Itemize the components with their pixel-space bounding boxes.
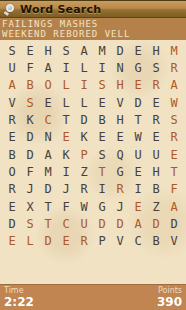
grid-cell[interactable]: A [75, 42, 93, 59]
grid-cell[interactable]: U [75, 215, 93, 232]
grid-cell[interactable]: I [57, 59, 75, 76]
grid-cell[interactable]: S [147, 59, 165, 76]
word-list: FAILINGS MASHES WEEKEND REBORED VELL [0, 18, 186, 40]
grid-cell[interactable]: V [165, 233, 183, 250]
grid-cell[interactable]: E [3, 198, 21, 215]
grid-cell[interactable]: F [21, 59, 39, 76]
grid-cell[interactable]: Z [147, 198, 165, 215]
grid-cell[interactable]: I [75, 77, 93, 94]
grid-cell[interactable]: A [39, 59, 57, 76]
grid-cell[interactable]: D [21, 146, 39, 163]
grid-cell[interactable]: B [93, 111, 111, 128]
board-background: SEHSAMDEHMUFAILINGSRABOLISHERAVSELLEVDEW… [0, 40, 186, 284]
grid-cell[interactable]: E [3, 233, 21, 250]
grid-cell[interactable]: H [111, 111, 129, 128]
grid-cell[interactable]: E [3, 129, 21, 146]
word-list-line-2: WEEKEND REBORED VELL [2, 29, 186, 39]
grid-cell[interactable]: H [39, 42, 57, 59]
points-block: Points 390 [157, 286, 182, 309]
grid-cell[interactable]: M [39, 163, 57, 180]
grid-cell[interactable]: L [57, 77, 75, 94]
grid-cell[interactable]: S [57, 42, 75, 59]
grid-cell[interactable]: K [75, 129, 93, 146]
grid-cell[interactable]: D [165, 215, 183, 232]
grid-cell[interactable]: D [75, 111, 93, 128]
grid-cell[interactable]: N [39, 129, 57, 146]
grid-cell[interactable]: D [21, 129, 39, 146]
grid-cell[interactable]: V [3, 94, 21, 111]
grid-cell[interactable]: E [129, 198, 147, 215]
grid-cell[interactable]: H [147, 42, 165, 59]
grid-cell[interactable]: S [165, 111, 183, 128]
grid-cell[interactable]: A [39, 146, 57, 163]
grid-cell[interactable]: G [129, 59, 147, 76]
grid-cell[interactable]: Q [111, 146, 129, 163]
grid-cell[interactable]: B [147, 181, 165, 198]
grid-cell[interactable]: E [39, 94, 57, 111]
grid-cell[interactable]: A [3, 77, 21, 94]
grid-cell[interactable]: L [57, 94, 75, 111]
time-label: Time [4, 286, 34, 295]
grid-cell[interactable]: I [93, 59, 111, 76]
grid-cell[interactable]: B [21, 77, 39, 94]
grid-cell[interactable]: O [3, 163, 21, 180]
grid-cell[interactable]: I [129, 181, 147, 198]
grid-cell[interactable]: T [93, 163, 111, 180]
grid-cell[interactable]: P [75, 146, 93, 163]
grid-cell[interactable]: R [3, 181, 21, 198]
grid-cell[interactable]: L [75, 94, 93, 111]
grid-cell[interactable]: C [39, 111, 57, 128]
word-list-line-1: FAILINGS MASHES [2, 19, 186, 29]
grid-cell[interactable]: S [3, 42, 21, 59]
grid-cell[interactable]: R [75, 181, 93, 198]
grid-cell[interactable]: K [21, 111, 39, 128]
grid-cell[interactable]: D [39, 233, 57, 250]
grid-cell[interactable]: E [147, 94, 165, 111]
grid-cell[interactable]: F [21, 163, 39, 180]
time-value: 2:22 [4, 296, 34, 309]
grid-cell[interactable]: E [57, 129, 75, 146]
grid-cell[interactable]: J [57, 181, 75, 198]
grid-cell[interactable]: F [57, 198, 75, 215]
grid-cell[interactable]: T [39, 198, 57, 215]
grid-cell[interactable]: D [3, 215, 21, 232]
app-title: Word Search [20, 3, 101, 16]
grid-cell[interactable]: K [57, 146, 75, 163]
grid-cell[interactable]: U [129, 146, 147, 163]
grid-cell[interactable]: S [93, 146, 111, 163]
grid-cell[interactable]: I [93, 181, 111, 198]
grid-cell[interactable]: T [165, 163, 183, 180]
grid-cell[interactable]: U [3, 59, 21, 76]
grid-cell[interactable]: R [75, 233, 93, 250]
grid-cell[interactable]: H [147, 163, 165, 180]
grid-cell[interactable]: F [165, 181, 183, 198]
grid-cell[interactable]: S [21, 215, 39, 232]
grid-cell[interactable]: E [57, 233, 75, 250]
grid-cell[interactable]: B [3, 146, 21, 163]
grid-cell[interactable]: U [147, 146, 165, 163]
grid-cell[interactable]: D [39, 181, 57, 198]
grid-cell[interactable]: D [129, 94, 147, 111]
grid-cell[interactable]: C [57, 215, 75, 232]
grid-cell[interactable]: W [129, 129, 147, 146]
grid-cell[interactable]: S [93, 77, 111, 94]
grid-cell[interactable]: J [111, 198, 129, 215]
grid-cell[interactable]: T [129, 111, 147, 128]
grid-cell[interactable]: D [111, 215, 129, 232]
grid-cell[interactable]: I [57, 163, 75, 180]
grid-cell[interactable]: X [21, 198, 39, 215]
letter-grid[interactable]: SEHSAMDEHMUFAILINGSRABOLISHERAVSELLEVDEW… [0, 40, 186, 252]
grid-cell[interactable]: E [165, 146, 183, 163]
magnifier-icon [3, 3, 16, 16]
grid-cell[interactable]: E [147, 129, 165, 146]
grid-cell[interactable]: C [129, 233, 147, 250]
grid-cell[interactable]: E [93, 94, 111, 111]
points-label: Points [158, 286, 182, 295]
grid-cell[interactable]: T [57, 111, 75, 128]
grid-cell[interactable]: S [21, 94, 39, 111]
grid-cell[interactable]: G [93, 198, 111, 215]
time-block: Time 2:22 [4, 286, 34, 309]
grid-cell[interactable]: E [21, 42, 39, 59]
grid-cell[interactable]: V [111, 233, 129, 250]
grid-cell[interactable]: R [165, 59, 183, 76]
grid-cell[interactable]: D [147, 215, 165, 232]
grid-cell[interactable]: P [93, 233, 111, 250]
title-bar: Word Search [0, 0, 186, 18]
grid-cell[interactable]: O [39, 77, 57, 94]
status-bar: Time 2:22 Points 390 [0, 284, 186, 310]
points-value: 390 [157, 296, 182, 309]
grid-cell[interactable]: V [111, 94, 129, 111]
grid-cell[interactable]: J [21, 181, 39, 198]
grid-cell[interactable]: T [39, 215, 57, 232]
grid-cell[interactable]: N [111, 59, 129, 76]
grid-cell[interactable]: W [75, 198, 93, 215]
grid-cell[interactable]: E [129, 163, 147, 180]
grid-cell[interactable]: R [111, 181, 129, 198]
grid-cell[interactable]: R [147, 77, 165, 94]
grid-cell[interactable]: B [147, 233, 165, 250]
grid-cell[interactable]: R [3, 111, 21, 128]
grid-cell[interactable]: M [165, 42, 183, 59]
grid-cell[interactable]: E [129, 77, 147, 94]
grid-cell[interactable]: D [111, 42, 129, 59]
grid-cell[interactable]: Z [75, 163, 93, 180]
grid-cell[interactable]: E [111, 129, 129, 146]
grid-cell[interactable]: G [111, 163, 129, 180]
grid-cell[interactable]: A [165, 198, 183, 215]
grid-cell[interactable]: A [129, 215, 147, 232]
grid-cell[interactable]: E [129, 42, 147, 59]
grid-cell[interactable]: L [21, 233, 39, 250]
grid-cell[interactable]: E [93, 129, 111, 146]
grid-cell[interactable]: M [93, 42, 111, 59]
grid-cell[interactable]: D [93, 215, 111, 232]
grid-cell[interactable]: W [165, 94, 183, 111]
grid-cell[interactable]: R [147, 111, 165, 128]
grid-cell[interactable]: H [111, 77, 129, 94]
grid-cell[interactable]: A [165, 77, 183, 94]
grid-cell[interactable]: R [165, 129, 183, 146]
grid-cell[interactable]: L [75, 59, 93, 76]
